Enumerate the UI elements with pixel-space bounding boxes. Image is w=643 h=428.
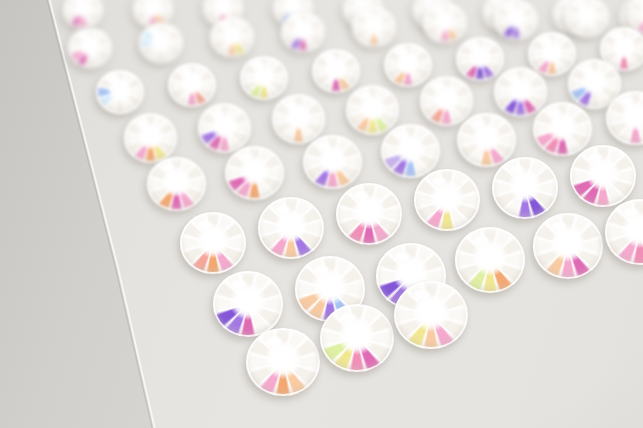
rhinestone (124, 113, 177, 162)
rhinestone (303, 135, 362, 190)
specular-glint-icon (162, 164, 175, 172)
specular-glint-icon (624, 208, 639, 217)
rhinestone (246, 328, 320, 397)
rhinestone (457, 113, 516, 168)
specular-glint-icon (506, 5, 516, 11)
specular-glint-icon (469, 42, 480, 48)
specular-glint-icon (325, 54, 336, 60)
rhinestone (381, 124, 440, 179)
rhinestone (570, 145, 636, 206)
rhinestone (240, 56, 288, 101)
rhinestone (423, 3, 467, 44)
specular-glint-icon (472, 120, 485, 128)
specular-glint-icon (508, 74, 520, 81)
specular-glint-icon (494, 0, 503, 3)
specular-glint-icon (588, 153, 603, 162)
photo-scene (0, 0, 643, 428)
rhinestone (352, 7, 396, 48)
rhinestone (147, 157, 206, 212)
specular-glint-icon (364, 12, 374, 18)
specular-glint-icon (613, 32, 624, 38)
rhinestone-sheet (0, 0, 643, 428)
specular-glint-icon (276, 205, 291, 214)
rhinestone (346, 85, 399, 134)
specular-glint-icon (435, 8, 445, 14)
specular-glint-icon (74, 0, 83, 1)
specular-glint-icon (577, 2, 587, 8)
specular-glint-icon (293, 17, 303, 23)
specular-glint-icon (510, 165, 525, 174)
specular-glint-icon (360, 92, 372, 99)
specular-glint-icon (474, 236, 489, 245)
specular-glint-icon (181, 68, 192, 74)
specular-glint-icon (232, 280, 247, 289)
specular-glint-icon (582, 66, 594, 73)
specular-glint-icon (396, 131, 409, 139)
specular-glint-icon (541, 37, 552, 43)
rhinestone (565, 0, 609, 37)
rhinestone (605, 199, 643, 264)
rhinestone (528, 32, 576, 77)
specular-glint-icon (434, 83, 446, 90)
rhinestone (320, 304, 394, 373)
rhinestone (414, 169, 480, 230)
specular-glint-icon (109, 75, 120, 81)
specular-glint-icon (286, 101, 298, 108)
specular-glint-icon (552, 222, 567, 231)
rhinestone (420, 76, 473, 125)
specular-glint-icon (432, 177, 447, 186)
rhinestone (139, 23, 183, 64)
rhinestone (96, 70, 144, 115)
rhinestone (456, 37, 504, 82)
specular-glint-icon (354, 191, 369, 200)
rhinestone (394, 281, 468, 350)
specular-glint-icon (621, 98, 634, 106)
specular-glint-icon (414, 290, 430, 300)
rhinestone (494, 67, 547, 116)
specular-glint-icon (395, 252, 410, 261)
rhinestone (492, 157, 558, 218)
rhinestone (455, 227, 525, 292)
specular-glint-icon (314, 265, 329, 274)
rhinestone (180, 212, 246, 273)
specular-glint-icon (266, 337, 282, 347)
specular-glint-icon (424, 0, 433, 1)
rhinestone (225, 146, 284, 201)
rhinestone (533, 102, 592, 157)
rhinestone (336, 183, 402, 244)
specular-glint-icon (212, 110, 224, 117)
rhinestone (494, 0, 538, 40)
specular-glint-icon (318, 142, 331, 150)
specular-glint-icon (138, 120, 150, 127)
specular-glint-icon (198, 220, 213, 229)
specular-glint-icon (397, 48, 408, 54)
rhinestone (68, 28, 112, 69)
specular-glint-icon (222, 22, 232, 28)
rhinestone (198, 103, 251, 152)
specular-glint-icon (80, 33, 90, 39)
rhinestone (213, 271, 283, 336)
specular-glint-icon (548, 109, 561, 117)
rhinestone (312, 49, 360, 94)
specular-glint-icon (151, 28, 161, 34)
rhinestone (258, 197, 324, 258)
rhinestone (63, 0, 103, 29)
specular-glint-icon (253, 61, 264, 67)
rhinestone (168, 63, 216, 108)
rhinestone (281, 12, 325, 53)
specular-glint-icon (240, 153, 253, 161)
rhinestone (533, 213, 603, 278)
specular-glint-icon (340, 313, 356, 323)
rhinestone (210, 17, 254, 58)
rhinestone (384, 43, 432, 88)
rhinestone (272, 94, 325, 143)
